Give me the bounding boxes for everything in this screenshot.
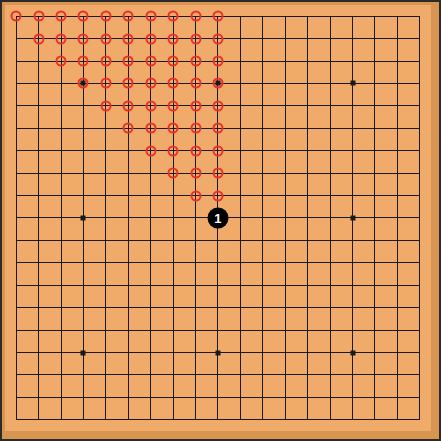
board-point bbox=[386, 117, 408, 139]
board-point bbox=[207, 341, 229, 363]
board-point bbox=[72, 5, 94, 27]
board-point bbox=[252, 184, 274, 206]
red-circle-marker-icon bbox=[145, 123, 156, 134]
board-point bbox=[50, 117, 72, 139]
board-point bbox=[140, 319, 162, 341]
board-point bbox=[364, 184, 386, 206]
board-point bbox=[364, 364, 386, 386]
board-point bbox=[274, 296, 296, 318]
board-point bbox=[50, 184, 72, 206]
board-point bbox=[140, 5, 162, 27]
red-circle-marker-icon bbox=[56, 56, 67, 67]
red-circle-marker-icon bbox=[212, 56, 223, 67]
red-circle-marker-icon bbox=[123, 100, 134, 111]
board-point bbox=[364, 319, 386, 341]
board-point bbox=[296, 274, 318, 296]
board-point bbox=[229, 229, 251, 251]
board-point bbox=[95, 319, 117, 341]
board-point bbox=[229, 364, 251, 386]
board-point bbox=[207, 252, 229, 274]
board-point bbox=[341, 95, 363, 117]
board-point bbox=[50, 27, 72, 49]
board-point bbox=[27, 50, 49, 72]
board-point bbox=[319, 409, 341, 431]
red-circle-marker-icon bbox=[11, 11, 22, 22]
board-point bbox=[364, 50, 386, 72]
board-point bbox=[95, 274, 117, 296]
board-point bbox=[140, 341, 162, 363]
board-point bbox=[50, 319, 72, 341]
board-point bbox=[207, 409, 229, 431]
board-point: 1 bbox=[207, 207, 229, 229]
board-point bbox=[386, 50, 408, 72]
board-point bbox=[140, 274, 162, 296]
board-point bbox=[207, 140, 229, 162]
board-point bbox=[27, 386, 49, 408]
board-point bbox=[50, 364, 72, 386]
board-point bbox=[409, 409, 431, 431]
board-point bbox=[274, 274, 296, 296]
board-point bbox=[5, 207, 27, 229]
board-point bbox=[341, 229, 363, 251]
star-point bbox=[350, 81, 355, 86]
board-point bbox=[296, 27, 318, 49]
board-point bbox=[162, 229, 184, 251]
board-point bbox=[72, 252, 94, 274]
board-point bbox=[162, 296, 184, 318]
board-point bbox=[207, 296, 229, 318]
board-point bbox=[117, 386, 139, 408]
board-point bbox=[117, 274, 139, 296]
board-point bbox=[117, 72, 139, 94]
board-point bbox=[296, 252, 318, 274]
board-point bbox=[386, 274, 408, 296]
red-circle-marker-icon bbox=[212, 190, 223, 201]
board-point bbox=[162, 184, 184, 206]
board-point bbox=[117, 319, 139, 341]
board-point bbox=[162, 274, 184, 296]
board-point bbox=[296, 364, 318, 386]
red-circle-marker-icon bbox=[190, 33, 201, 44]
board-point bbox=[140, 386, 162, 408]
board-point bbox=[5, 162, 27, 184]
board-point bbox=[27, 162, 49, 184]
red-circle-marker-icon bbox=[190, 123, 201, 134]
board-point bbox=[162, 162, 184, 184]
board-point bbox=[409, 72, 431, 94]
board-point bbox=[50, 229, 72, 251]
red-circle-marker-icon bbox=[123, 11, 134, 22]
board-point bbox=[184, 27, 206, 49]
board-point bbox=[162, 50, 184, 72]
red-circle-marker-icon bbox=[190, 78, 201, 89]
board-point bbox=[27, 95, 49, 117]
board-point bbox=[95, 409, 117, 431]
board-point bbox=[5, 5, 27, 27]
board-point bbox=[341, 72, 363, 94]
board-point bbox=[140, 117, 162, 139]
board-point bbox=[207, 72, 229, 94]
board-point bbox=[5, 50, 27, 72]
board-point bbox=[364, 296, 386, 318]
board-point bbox=[207, 319, 229, 341]
board-point bbox=[207, 50, 229, 72]
board-point bbox=[296, 162, 318, 184]
board-point bbox=[140, 252, 162, 274]
board-point bbox=[386, 95, 408, 117]
board-point bbox=[386, 386, 408, 408]
board-point bbox=[95, 229, 117, 251]
board-point bbox=[184, 184, 206, 206]
board-point bbox=[252, 162, 274, 184]
red-circle-marker-icon bbox=[56, 33, 67, 44]
board-point bbox=[319, 140, 341, 162]
board-point bbox=[386, 409, 408, 431]
red-circle-marker-icon bbox=[168, 168, 179, 179]
board-point bbox=[27, 274, 49, 296]
board-point bbox=[341, 117, 363, 139]
board-point bbox=[229, 5, 251, 27]
board-point bbox=[252, 274, 274, 296]
board-point bbox=[207, 274, 229, 296]
board-point bbox=[386, 72, 408, 94]
board-point bbox=[296, 386, 318, 408]
board-point bbox=[229, 207, 251, 229]
board-point bbox=[72, 207, 94, 229]
board-point bbox=[162, 364, 184, 386]
board-point bbox=[162, 117, 184, 139]
board-point bbox=[184, 50, 206, 72]
board-point bbox=[72, 274, 94, 296]
board-point bbox=[184, 207, 206, 229]
board-point bbox=[274, 117, 296, 139]
board-point bbox=[364, 5, 386, 27]
board-point bbox=[72, 229, 94, 251]
board-point bbox=[50, 252, 72, 274]
board-point bbox=[162, 95, 184, 117]
red-circle-marker-icon bbox=[212, 78, 223, 89]
board-point bbox=[50, 341, 72, 363]
board-point bbox=[72, 162, 94, 184]
board-point bbox=[27, 72, 49, 94]
red-circle-marker-icon bbox=[78, 33, 89, 44]
board-point bbox=[319, 252, 341, 274]
red-circle-marker-icon bbox=[145, 100, 156, 111]
board-point bbox=[207, 27, 229, 49]
board-point bbox=[5, 252, 27, 274]
board-point bbox=[274, 27, 296, 49]
board-point bbox=[296, 319, 318, 341]
board-point bbox=[229, 386, 251, 408]
board-point bbox=[72, 184, 94, 206]
board-point bbox=[50, 274, 72, 296]
board-point bbox=[319, 341, 341, 363]
board-point bbox=[140, 364, 162, 386]
board-point bbox=[162, 319, 184, 341]
star-point bbox=[350, 215, 355, 220]
board-point bbox=[319, 319, 341, 341]
board-point bbox=[229, 27, 251, 49]
board-point bbox=[341, 386, 363, 408]
board-point bbox=[229, 409, 251, 431]
board-point bbox=[319, 95, 341, 117]
board-point bbox=[207, 386, 229, 408]
board-point bbox=[409, 252, 431, 274]
board-point bbox=[229, 296, 251, 318]
board-point bbox=[117, 162, 139, 184]
board-point bbox=[319, 117, 341, 139]
red-circle-marker-icon bbox=[56, 11, 67, 22]
board-point bbox=[95, 364, 117, 386]
red-circle-marker-icon bbox=[168, 11, 179, 22]
board-point bbox=[319, 27, 341, 49]
board-point bbox=[274, 140, 296, 162]
board-point bbox=[252, 117, 274, 139]
board-point bbox=[50, 409, 72, 431]
board-point bbox=[162, 341, 184, 363]
board-point bbox=[50, 296, 72, 318]
board-point bbox=[274, 386, 296, 408]
board-point bbox=[341, 162, 363, 184]
board-point bbox=[341, 364, 363, 386]
board-point bbox=[184, 386, 206, 408]
board-point bbox=[184, 296, 206, 318]
board-point bbox=[296, 117, 318, 139]
red-circle-marker-icon bbox=[190, 11, 201, 22]
board-point bbox=[274, 50, 296, 72]
board-point bbox=[162, 140, 184, 162]
red-circle-marker-icon bbox=[212, 11, 223, 22]
red-circle-marker-icon bbox=[212, 123, 223, 134]
red-circle-marker-icon bbox=[168, 123, 179, 134]
board-point bbox=[72, 95, 94, 117]
board-point bbox=[72, 27, 94, 49]
red-circle-marker-icon bbox=[78, 78, 89, 89]
board-point bbox=[296, 207, 318, 229]
board-point bbox=[72, 364, 94, 386]
board-point bbox=[409, 296, 431, 318]
board-point bbox=[27, 140, 49, 162]
go-board: 1 bbox=[5, 5, 431, 431]
board-point bbox=[27, 5, 49, 27]
board-point bbox=[95, 5, 117, 27]
board-point bbox=[274, 341, 296, 363]
red-circle-marker-icon bbox=[78, 56, 89, 67]
board-point bbox=[207, 364, 229, 386]
board-point bbox=[117, 364, 139, 386]
board-point bbox=[386, 5, 408, 27]
board-point bbox=[409, 341, 431, 363]
board-point bbox=[72, 409, 94, 431]
board-point bbox=[207, 117, 229, 139]
board-point bbox=[72, 72, 94, 94]
board-point bbox=[117, 27, 139, 49]
red-circle-marker-icon bbox=[145, 78, 156, 89]
board-point bbox=[5, 229, 27, 251]
board-point bbox=[229, 184, 251, 206]
board-point bbox=[274, 319, 296, 341]
board-point bbox=[50, 140, 72, 162]
board-point bbox=[95, 27, 117, 49]
board-point bbox=[117, 341, 139, 363]
board-point bbox=[364, 27, 386, 49]
board-point bbox=[409, 274, 431, 296]
board-point bbox=[274, 72, 296, 94]
board-point bbox=[184, 72, 206, 94]
board-point bbox=[184, 341, 206, 363]
board-point bbox=[296, 229, 318, 251]
board-point bbox=[117, 5, 139, 27]
red-circle-marker-icon bbox=[100, 100, 111, 111]
board-point bbox=[296, 184, 318, 206]
board-point bbox=[229, 117, 251, 139]
red-circle-marker-icon bbox=[33, 11, 44, 22]
board-point bbox=[409, 140, 431, 162]
board-point bbox=[409, 5, 431, 27]
board-point bbox=[207, 95, 229, 117]
board-point bbox=[72, 140, 94, 162]
board-point bbox=[364, 140, 386, 162]
red-circle-marker-icon bbox=[190, 100, 201, 111]
red-circle-marker-icon bbox=[212, 33, 223, 44]
board-point bbox=[229, 50, 251, 72]
board-point bbox=[319, 207, 341, 229]
board-point bbox=[409, 27, 431, 49]
board-point bbox=[72, 319, 94, 341]
red-circle-marker-icon bbox=[145, 56, 156, 67]
red-circle-marker-icon bbox=[190, 145, 201, 156]
board-point bbox=[296, 140, 318, 162]
board-point bbox=[252, 229, 274, 251]
star-point bbox=[81, 215, 86, 220]
board-point bbox=[364, 386, 386, 408]
board-point bbox=[274, 184, 296, 206]
board-point bbox=[117, 207, 139, 229]
red-circle-marker-icon bbox=[123, 33, 134, 44]
board-point bbox=[95, 184, 117, 206]
board-point bbox=[5, 364, 27, 386]
board-point bbox=[184, 319, 206, 341]
board-point bbox=[50, 207, 72, 229]
board-point bbox=[27, 184, 49, 206]
board-point bbox=[252, 50, 274, 72]
board-point bbox=[409, 162, 431, 184]
board-point bbox=[184, 162, 206, 184]
board-point bbox=[319, 386, 341, 408]
board-point bbox=[319, 184, 341, 206]
red-circle-marker-icon bbox=[33, 33, 44, 44]
board-point bbox=[229, 162, 251, 184]
red-circle-marker-icon bbox=[168, 100, 179, 111]
board-point bbox=[117, 409, 139, 431]
board-point bbox=[27, 364, 49, 386]
board-point bbox=[364, 72, 386, 94]
board-point bbox=[162, 207, 184, 229]
board-point bbox=[319, 50, 341, 72]
board-point bbox=[5, 319, 27, 341]
star-point bbox=[350, 350, 355, 355]
board-point bbox=[27, 27, 49, 49]
board-point bbox=[409, 386, 431, 408]
board-point bbox=[274, 5, 296, 27]
board-point bbox=[50, 162, 72, 184]
board-point bbox=[274, 207, 296, 229]
board-point bbox=[252, 72, 274, 94]
board-point bbox=[341, 140, 363, 162]
red-circle-marker-icon bbox=[168, 33, 179, 44]
board-point bbox=[252, 27, 274, 49]
board-point bbox=[207, 162, 229, 184]
board-point bbox=[319, 364, 341, 386]
board-point bbox=[95, 296, 117, 318]
board-point bbox=[341, 341, 363, 363]
red-circle-marker-icon bbox=[190, 168, 201, 179]
board-point bbox=[27, 229, 49, 251]
board-point bbox=[229, 274, 251, 296]
board-point bbox=[252, 5, 274, 27]
board-point bbox=[296, 5, 318, 27]
red-circle-marker-icon bbox=[168, 78, 179, 89]
red-circle-marker-icon bbox=[78, 11, 89, 22]
board-point bbox=[229, 319, 251, 341]
board-point bbox=[386, 207, 408, 229]
board-point bbox=[364, 229, 386, 251]
board-point bbox=[296, 95, 318, 117]
board-point bbox=[162, 72, 184, 94]
board-point bbox=[140, 50, 162, 72]
red-circle-marker-icon bbox=[168, 56, 179, 67]
red-circle-marker-icon bbox=[190, 56, 201, 67]
board-point bbox=[50, 95, 72, 117]
board-point bbox=[5, 341, 27, 363]
board-point bbox=[27, 319, 49, 341]
board-point bbox=[72, 341, 94, 363]
board-point bbox=[162, 27, 184, 49]
board-point bbox=[319, 72, 341, 94]
board-point bbox=[95, 207, 117, 229]
black-stone-move-1: 1 bbox=[207, 207, 228, 228]
board-point bbox=[95, 162, 117, 184]
red-circle-marker-icon bbox=[190, 190, 201, 201]
board-point bbox=[117, 50, 139, 72]
board-point bbox=[95, 95, 117, 117]
board-point bbox=[50, 5, 72, 27]
board-point bbox=[140, 184, 162, 206]
board-point bbox=[229, 140, 251, 162]
board-point bbox=[409, 184, 431, 206]
board-point bbox=[252, 319, 274, 341]
board-point bbox=[341, 207, 363, 229]
board-point bbox=[386, 341, 408, 363]
board-point bbox=[386, 364, 408, 386]
board-point bbox=[386, 319, 408, 341]
board-point bbox=[72, 386, 94, 408]
board-point bbox=[386, 252, 408, 274]
board-point bbox=[207, 184, 229, 206]
board-point bbox=[341, 409, 363, 431]
board-point bbox=[274, 162, 296, 184]
red-circle-marker-icon bbox=[212, 168, 223, 179]
board-point bbox=[364, 117, 386, 139]
board-point bbox=[140, 72, 162, 94]
board-point bbox=[252, 341, 274, 363]
red-circle-marker-icon bbox=[212, 100, 223, 111]
board-point bbox=[364, 341, 386, 363]
board-point bbox=[386, 162, 408, 184]
board-point bbox=[274, 252, 296, 274]
board-point bbox=[319, 162, 341, 184]
board-point bbox=[274, 229, 296, 251]
